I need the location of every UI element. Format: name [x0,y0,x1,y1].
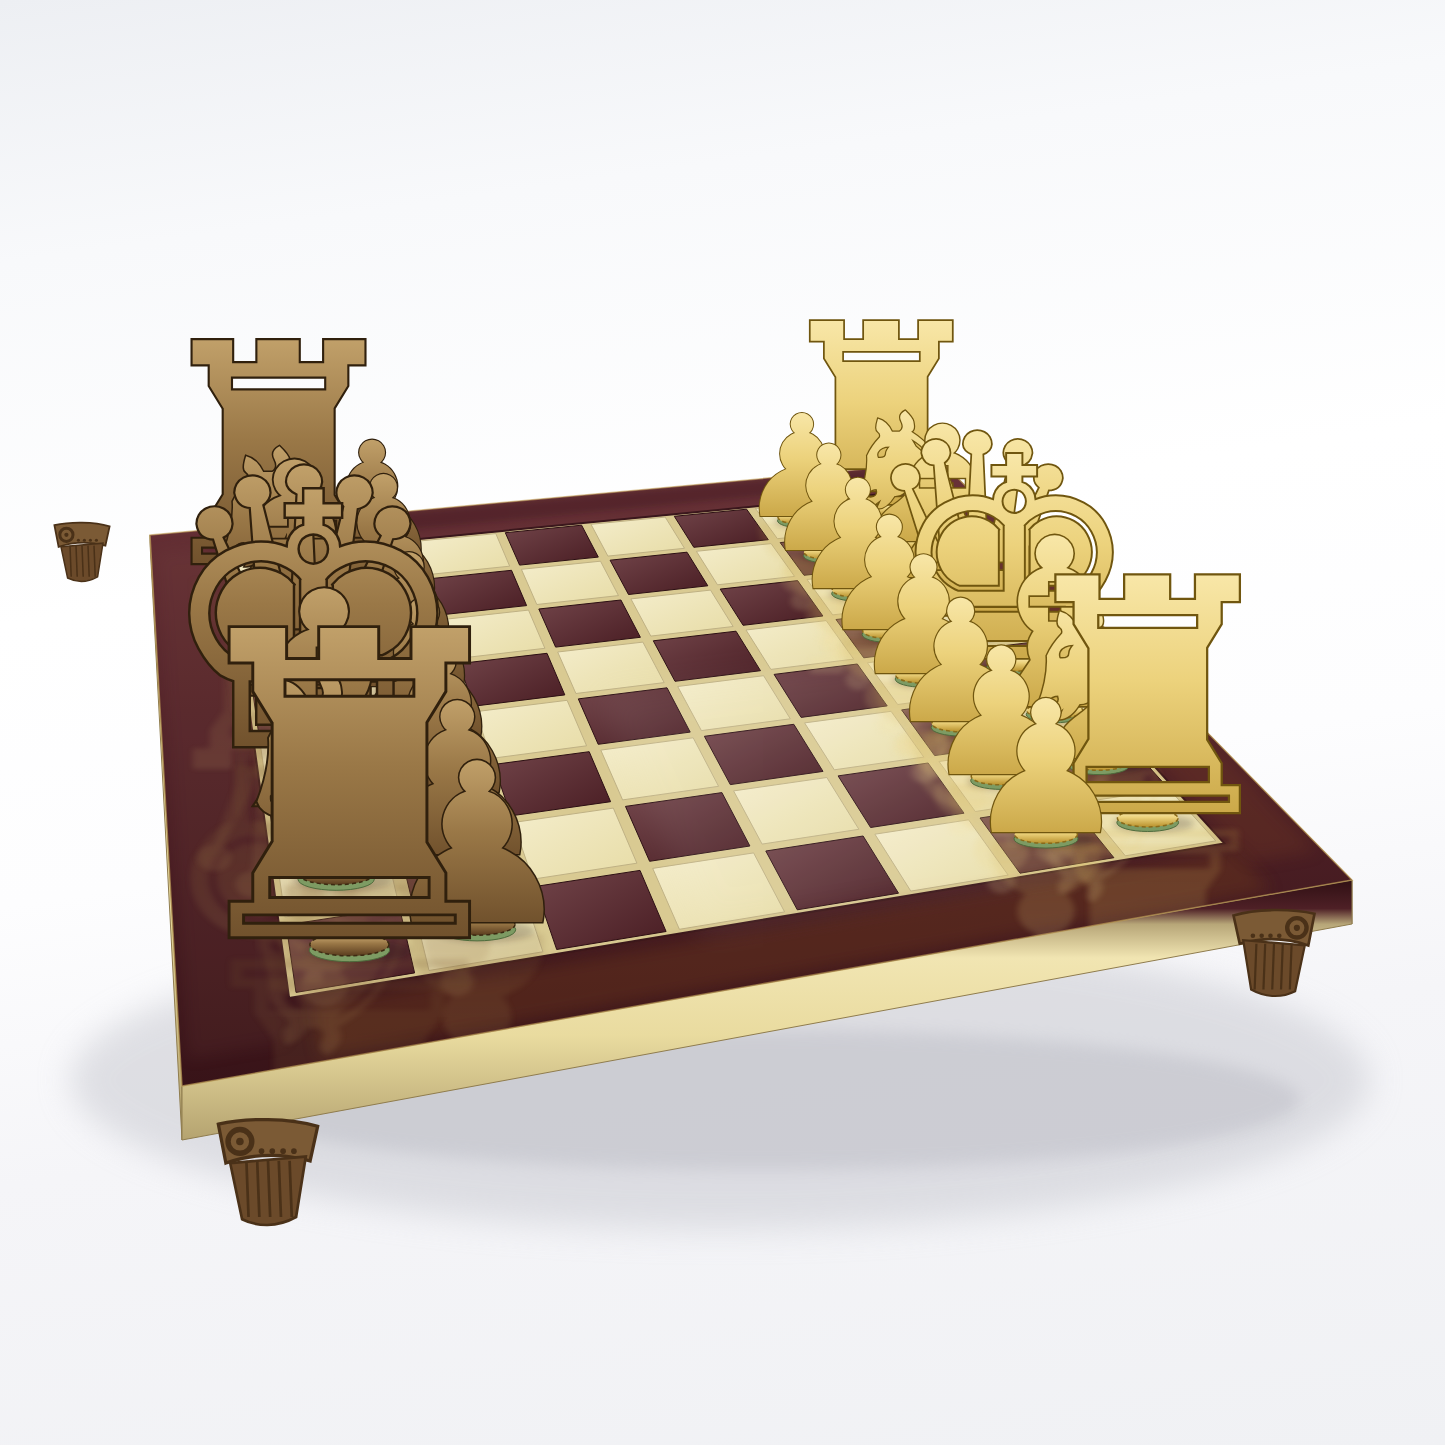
near-right-foot-icon [1234,910,1315,996]
piece-gold-pawn: ♟ [964,662,1128,875]
far-left-foot-icon [54,523,109,582]
product-photo-stage: ♜♟♞♟♟♜♝♟♟♞♛♟♟♝♚♟♟♛♝♟♟♚♞♟♟♝♜♟♟♞♟♜♜♟♞♟♟♜♝♟… [0,0,1445,1445]
bronze-rook-glyph: ♜ [160,544,538,1036]
piece-bronze-rook: ♜ [160,544,538,1036]
chess-set-photo: ♜♟♞♟♟♜♝♟♟♞♛♟♟♝♚♟♟♛♝♟♟♚♞♟♟♝♜♟♟♞♟♜♜♟♞♟♟♜♝♟… [0,0,1445,1445]
gold-pawn-glyph: ♟ [964,662,1128,875]
near-left-foot-icon [218,1120,317,1225]
